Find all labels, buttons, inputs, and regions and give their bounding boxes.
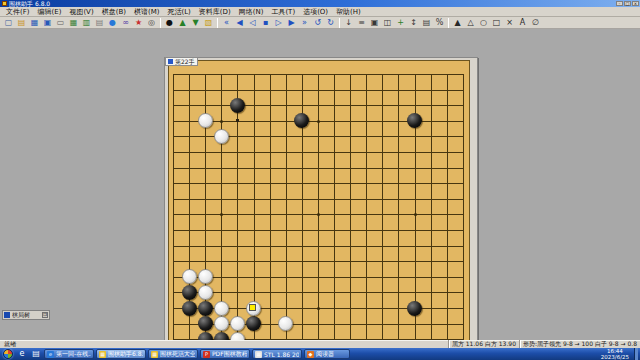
- taskbar-window-button-4[interactable]: ▦STL 1.86 2047...: [252, 349, 302, 359]
- database-icon[interactable]: ▤: [94, 17, 106, 28]
- menu-bar: 文件(F)编辑(E)视图(V)棋盘(B)棋谱(M)死活(L)资料库(D)网络(N…: [0, 7, 640, 17]
- undo-icon[interactable]: ↺: [312, 17, 324, 28]
- desktop: 围棋助手 6.8.0 –□× 文件(F)编辑(E)视图(V)棋盘(B)棋谱(M)…: [0, 0, 640, 360]
- minimize-button[interactable]: –: [616, 1, 623, 6]
- clock-date: 2023/6/25: [601, 354, 629, 360]
- menu-item-0[interactable]: 文件(F): [2, 7, 34, 17]
- toolbar-separator: [160, 18, 161, 28]
- minimized-window-icon: [4, 312, 10, 318]
- number-display-icon[interactable]: ▣: [369, 17, 381, 28]
- mark-cross-icon[interactable]: ×: [504, 17, 516, 28]
- move-label-text: 第22手: [175, 58, 195, 66]
- minimized-child-window[interactable]: 棋局树 ❐: [2, 310, 50, 320]
- close-button[interactable]: ×: [632, 1, 639, 6]
- board-window[interactable]: [164, 57, 478, 360]
- black-stone[interactable]: [407, 301, 422, 316]
- menu-item-7[interactable]: 网络(N): [235, 7, 268, 17]
- grid-vertical-line: [350, 74, 351, 356]
- taskbar-button-label: 围棋死活大全: [160, 350, 195, 359]
- taskbar-button-label: 第一回-在线...: [56, 350, 91, 359]
- last-move-icon[interactable]: »: [299, 17, 311, 28]
- mdi-workspace: 第22手 棋局树 ❐: [0, 29, 640, 340]
- marker-dot: [236, 119, 239, 122]
- toolbar: ▢▤▦▣▭▦▥▤●∞★◎●▲▼▧«◀◁▪▷▶»↺↻↓≡▣◫+↕▤%▲△○□×A∅: [0, 17, 640, 29]
- taskbar-button-label: 阅读器: [316, 350, 334, 359]
- print-icon[interactable]: ▭: [55, 17, 67, 28]
- current-move-icon[interactable]: ▪: [260, 17, 272, 28]
- move-down-icon[interactable]: ▼: [190, 17, 202, 28]
- taskbar-window-button-2[interactable]: ▦围棋死活大全: [148, 349, 198, 359]
- mark-triangle-filled-icon[interactable]: ▲: [452, 17, 464, 28]
- open-file-icon[interactable]: ▤: [16, 17, 28, 28]
- grid-vertical-line: [334, 74, 335, 356]
- taskbar-window-button-0[interactable]: e第一回-在线...: [44, 349, 94, 359]
- restore-button[interactable]: ❐: [42, 312, 48, 318]
- grid-horizontal-line: [173, 230, 464, 231]
- white-stone[interactable]: [230, 316, 245, 331]
- save-icon[interactable]: ▦: [29, 17, 41, 28]
- grid-horizontal-line: [173, 246, 464, 247]
- grid-vertical-line: [382, 74, 383, 356]
- black-stone-icon[interactable]: ●: [164, 17, 176, 28]
- globe-icon[interactable]: ●: [107, 17, 119, 28]
- back-icon[interactable]: ◁: [247, 17, 259, 28]
- taskbar-button-icon: P: [203, 351, 210, 358]
- minimized-window-title: 棋局树: [12, 311, 40, 320]
- white-stone[interactable]: [182, 269, 197, 284]
- grid-vertical-line: [431, 74, 432, 356]
- go-board[interactable]: [169, 61, 469, 360]
- estimate-icon[interactable]: %: [434, 17, 446, 28]
- first-move-icon[interactable]: «: [221, 17, 233, 28]
- star-point: [317, 213, 320, 216]
- board-new-icon[interactable]: ▦: [68, 17, 80, 28]
- maximize-button[interactable]: □: [624, 1, 631, 6]
- menu-item-3[interactable]: 棋盘(B): [98, 7, 130, 17]
- taskbar-button-icon: ▦: [255, 351, 262, 358]
- menu-item-5[interactable]: 死活(L): [163, 7, 194, 17]
- ie-icon[interactable]: e: [17, 349, 27, 359]
- link-icon[interactable]: ∞: [120, 17, 132, 28]
- new-file-icon[interactable]: ▢: [3, 17, 15, 28]
- grid-horizontal-line: [173, 261, 464, 262]
- white-stone[interactable]: [278, 316, 293, 331]
- grid-horizontal-line: [173, 277, 464, 278]
- page-icon[interactable]: ▧: [203, 17, 215, 28]
- black-stone[interactable]: [230, 98, 245, 113]
- mark-square-icon[interactable]: □: [491, 17, 503, 28]
- menu-item-9[interactable]: 选项(O): [299, 7, 332, 17]
- black-stone[interactable]: [198, 301, 213, 316]
- grid-vertical-line: [366, 74, 367, 356]
- white-stone[interactable]: [214, 316, 229, 331]
- taskbar-button-label: STL 1.86 2047...: [264, 351, 299, 358]
- white-stone[interactable]: [214, 301, 229, 316]
- mark-triangle-icon[interactable]: △: [465, 17, 477, 28]
- mark-delete-icon[interactable]: ∅: [530, 17, 542, 28]
- drop-stone-icon[interactable]: ↓: [343, 17, 355, 28]
- star-point: [317, 307, 320, 310]
- move-number-label: 第22手: [165, 57, 198, 66]
- taskbar-button-icon: ▦: [151, 351, 158, 358]
- menu-item-8[interactable]: 工具(T): [267, 7, 299, 17]
- back-10-icon[interactable]: ◀: [234, 17, 246, 28]
- taskbar-window-button-3[interactable]: PPDF围棋教程...: [200, 349, 250, 359]
- black-stone[interactable]: [182, 301, 197, 316]
- star-point: [317, 120, 320, 123]
- white-stone[interactable]: [198, 269, 213, 284]
- add-move-icon[interactable]: +: [395, 17, 407, 28]
- tray-clock[interactable]: 16:44 2023/6/25: [598, 348, 632, 360]
- menu-item-6[interactable]: 资料库(D): [195, 7, 235, 17]
- system-tray: 16:44 2023/6/25: [598, 348, 639, 360]
- save-all-icon[interactable]: ▣: [42, 17, 54, 28]
- forward-icon[interactable]: ▷: [273, 17, 285, 28]
- menu-item-4[interactable]: 棋谱(M): [130, 7, 164, 17]
- board-edit-icon[interactable]: ▥: [81, 17, 93, 28]
- menu-item-2[interactable]: 视图(V): [65, 7, 97, 17]
- show-desktop-button[interactable]: [634, 348, 638, 360]
- toolbar-separator: [448, 18, 449, 28]
- zone-icon[interactable]: ▤: [421, 17, 433, 28]
- redo-icon[interactable]: ↻: [325, 17, 337, 28]
- menu-item-10[interactable]: 帮助(H): [332, 7, 365, 17]
- search-icon[interactable]: ◎: [146, 17, 158, 28]
- grid-horizontal-line: [173, 292, 464, 293]
- white-stone[interactable]: [214, 129, 229, 144]
- mark-circle-icon[interactable]: ○: [478, 17, 490, 28]
- start-button[interactable]: [3, 349, 13, 359]
- toolbar-separator: [217, 18, 218, 28]
- grid-vertical-line: [447, 74, 448, 356]
- taskbar-button-icon: e: [47, 351, 54, 358]
- star-point: [220, 213, 223, 216]
- star-point: [220, 120, 223, 123]
- taskbar-window-button-1[interactable]: ▦围棋助手6.8...: [96, 349, 146, 359]
- black-stone[interactable]: [294, 113, 309, 128]
- taskbar-button-label: 围棋助手6.8...: [108, 350, 143, 359]
- grid-vertical-line: [463, 74, 464, 356]
- taskbar-window-button-5[interactable]: ◆阅读器: [304, 349, 350, 359]
- mark-letter-icon[interactable]: A: [517, 17, 529, 28]
- forward-10-icon[interactable]: ▶: [286, 17, 298, 28]
- folder-icon[interactable]: ▤: [31, 349, 41, 359]
- move-list-icon[interactable]: ≡: [356, 17, 368, 28]
- black-stone[interactable]: [198, 316, 213, 331]
- split-view-icon[interactable]: ◫: [382, 17, 394, 28]
- taskbar-button-label: PDF围棋教程...: [212, 350, 247, 359]
- taskbar-button-icon: ◆: [307, 351, 314, 358]
- white-stone[interactable]: [198, 285, 213, 300]
- last-move-marker: [249, 304, 256, 311]
- move-up-icon[interactable]: ▲: [177, 17, 189, 28]
- grid-vertical-line: [398, 74, 399, 356]
- black-stone[interactable]: [182, 285, 197, 300]
- move-label-icon: [168, 59, 173, 64]
- black-stone[interactable]: [246, 316, 261, 331]
- windows-taskbar: e▤ e第一回-在线...▦围棋助手6.8...▦围棋死活大全PPDF围棋教程.…: [0, 348, 640, 360]
- menu-item-1[interactable]: 编辑(E): [34, 7, 66, 17]
- status-bar: 就绪 黑方 11.06 白方 13.90 形势:黑子领先 9-8 → 100 白…: [0, 340, 640, 348]
- taskbar-button-icon: ▦: [99, 351, 106, 358]
- black-stone[interactable]: [407, 113, 422, 128]
- white-stone[interactable]: [198, 113, 213, 128]
- favorite-icon[interactable]: ★: [133, 17, 145, 28]
- app-icon: [2, 1, 7, 6]
- toolbar-separator: [339, 18, 340, 28]
- swap-color-icon[interactable]: ↕: [408, 17, 420, 28]
